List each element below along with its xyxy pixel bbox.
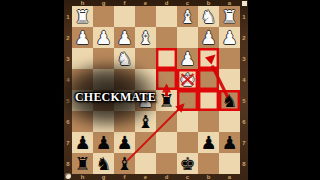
black-rook-h8[interactable]: ♜ <box>72 153 93 174</box>
square-g1[interactable] <box>93 6 114 27</box>
square-c8[interactable]: ♚ <box>177 153 198 174</box>
black-rook-d5[interactable]: ♜ <box>156 90 177 111</box>
square-f6[interactable] <box>114 111 135 132</box>
rank-labels-right: 12345678 <box>240 6 248 174</box>
checkmate-caption: CHECKMATE <box>75 91 156 103</box>
rank-labels-left: 12345678 <box>64 6 72 174</box>
rank-label-4: 4 <box>240 69 248 90</box>
rank-label-5: 5 <box>240 90 248 111</box>
square-g2[interactable]: ♟ <box>93 27 114 48</box>
rank-label-2: 2 <box>64 27 72 48</box>
square-e2[interactable]: ♝ <box>135 27 156 48</box>
square-e4[interactable] <box>135 69 156 90</box>
square-c5[interactable] <box>177 90 198 111</box>
square-c2[interactable] <box>177 27 198 48</box>
rank-label-8: 8 <box>64 153 72 174</box>
square-d3[interactable] <box>156 48 177 69</box>
file-label-c: c <box>177 174 198 180</box>
square-b2[interactable]: ♟ <box>198 27 219 48</box>
square-a2[interactable]: ♟ <box>219 27 240 48</box>
black-pawn-f7[interactable]: ♟ <box>114 132 135 153</box>
file-labels-bottom: hgfedcba <box>72 174 240 180</box>
file-label-g: g <box>93 174 114 180</box>
file-label-f: f <box>114 174 135 180</box>
square-d2[interactable] <box>156 27 177 48</box>
square-a4[interactable] <box>219 69 240 90</box>
square-f7[interactable]: ♟ <box>114 132 135 153</box>
white-bishop-c1[interactable]: ♝ <box>177 6 198 27</box>
rank-label-8: 8 <box>240 153 248 174</box>
square-h4[interactable] <box>72 69 93 90</box>
rank-label-4: 4 <box>64 69 72 90</box>
square-a7[interactable]: ♟ <box>219 132 240 153</box>
rank-label-3: 3 <box>240 48 248 69</box>
square-d7[interactable] <box>156 132 177 153</box>
square-h6[interactable] <box>72 111 93 132</box>
square-h3[interactable] <box>72 48 93 69</box>
white-pawn-c3[interactable]: ♟ <box>177 48 198 69</box>
square-b8[interactable] <box>198 153 219 174</box>
square-a5[interactable]: ♞ <box>219 90 240 111</box>
square-b7[interactable]: ♟ <box>198 132 219 153</box>
square-f3[interactable]: ♞ <box>114 48 135 69</box>
square-h7[interactable]: ♟ <box>72 132 93 153</box>
rank-label-6: 6 <box>240 111 248 132</box>
square-c7[interactable] <box>177 132 198 153</box>
file-label-e: e <box>135 174 156 180</box>
square-e3[interactable] <box>135 48 156 69</box>
white-knight-f3[interactable]: ♞ <box>114 48 135 69</box>
chess-board: hgfedcba hgfedcba 12345678 12345678 ♜♝♞♜… <box>64 0 248 180</box>
square-d6[interactable] <box>156 111 177 132</box>
square-b5[interactable] <box>198 90 219 111</box>
square-a8[interactable] <box>219 153 240 174</box>
square-f1[interactable] <box>114 6 135 27</box>
square-g4[interactable] <box>93 69 114 90</box>
black-knight-g8[interactable]: ♞ <box>93 153 114 174</box>
square-g7[interactable]: ♟ <box>93 132 114 153</box>
black-knight-a5[interactable]: ♞ <box>219 90 240 111</box>
rank-label-6: 6 <box>64 111 72 132</box>
white-pawn-a2[interactable]: ♟ <box>219 27 240 48</box>
square-a1[interactable]: ♜ <box>219 6 240 27</box>
square-d8[interactable] <box>156 153 177 174</box>
square-h2[interactable]: ♟ <box>72 27 93 48</box>
square-g3[interactable] <box>93 48 114 69</box>
white-pawn-g2[interactable]: ♟ <box>93 27 114 48</box>
white-rook-a1[interactable]: ♜ <box>219 6 240 27</box>
letterbox-right <box>248 0 320 180</box>
square-icon <box>242 1 247 6</box>
square-b3[interactable] <box>198 48 219 69</box>
video-frame: hgfedcba hgfedcba 12345678 12345678 ♜♝♞♜… <box>0 0 320 180</box>
file-label-b: b <box>198 174 219 180</box>
square-d5[interactable]: ♜ <box>156 90 177 111</box>
square-g6[interactable] <box>93 111 114 132</box>
square-d4[interactable] <box>156 69 177 90</box>
square-c3[interactable]: ♟ <box>177 48 198 69</box>
square-c1[interactable]: ♝ <box>177 6 198 27</box>
white-bishop-e2[interactable]: ♝ <box>135 27 156 48</box>
white-knight-b1[interactable]: ♞ <box>198 6 219 27</box>
file-label-a: a <box>219 174 240 180</box>
file-label-d: d <box>156 174 177 180</box>
square-e7[interactable] <box>135 132 156 153</box>
square-b1[interactable]: ♞ <box>198 6 219 27</box>
white-king-c4[interactable]: ♚ <box>177 69 198 90</box>
square-d1[interactable] <box>156 6 177 27</box>
rank-label-1: 1 <box>240 6 248 27</box>
square-a6[interactable] <box>219 111 240 132</box>
square-h1[interactable]: ♜ <box>72 6 93 27</box>
white-pawn-f2[interactable]: ♟ <box>114 27 135 48</box>
square-e6[interactable]: ♝ <box>135 111 156 132</box>
square-c6[interactable] <box>177 111 198 132</box>
rank-label-2: 2 <box>240 27 248 48</box>
square-f2[interactable]: ♟ <box>114 27 135 48</box>
rank-label-5: 5 <box>64 90 72 111</box>
square-b6[interactable] <box>198 111 219 132</box>
black-bishop-f8[interactable]: ♝ <box>114 153 135 174</box>
black-pawn-b7[interactable]: ♟ <box>198 132 219 153</box>
letterbox-left <box>0 0 64 180</box>
square-b4[interactable] <box>198 69 219 90</box>
square-h8[interactable]: ♜ <box>72 153 93 174</box>
square-e1[interactable] <box>135 6 156 27</box>
rank-label-3: 3 <box>64 48 72 69</box>
rank-label-1: 1 <box>64 6 72 27</box>
rank-label-7: 7 <box>240 132 248 153</box>
square-f4[interactable] <box>114 69 135 90</box>
black-pawn-g7[interactable]: ♟ <box>93 132 114 153</box>
white-rook-h1[interactable]: ♜ <box>72 6 93 27</box>
black-bishop-e6[interactable]: ♝ <box>135 111 156 132</box>
black-pawn-a7[interactable]: ♟ <box>219 132 240 153</box>
white-pawn-h2[interactable]: ♟ <box>72 27 93 48</box>
file-label-h: h <box>72 174 93 180</box>
square-c4[interactable]: ♚ <box>177 69 198 90</box>
square-f8[interactable]: ♝ <box>114 153 135 174</box>
square-e8[interactable] <box>135 153 156 174</box>
square-g8[interactable]: ♞ <box>93 153 114 174</box>
rank-label-7: 7 <box>64 132 72 153</box>
black-pawn-h7[interactable]: ♟ <box>72 132 93 153</box>
circle-icon <box>65 173 71 179</box>
square-a3[interactable] <box>219 48 240 69</box>
black-king-c8[interactable]: ♚ <box>177 153 198 174</box>
white-pawn-b2[interactable]: ♟ <box>198 27 219 48</box>
